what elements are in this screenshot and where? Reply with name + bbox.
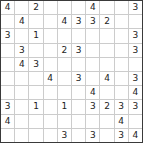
cell-r3c4-empty[interactable] [44,29,57,42]
cell-r2c8-clue-2[interactable]: 2 [100,15,113,28]
cell-r3c10-clue-3[interactable]: 3 [129,29,142,42]
cell-r10c10-clue-4[interactable]: 4 [129,129,142,142]
cell-r9c7-empty[interactable] [86,115,99,128]
cell-r5c2-clue-4[interactable]: 4 [15,58,28,71]
cell-r7c1-empty[interactable] [1,86,14,99]
cell-r4c6-clue-3[interactable]: 3 [72,44,85,57]
mosaic-board: 4243443323133233434343443113233443334 [0,0,143,143]
cell-r2c4-empty[interactable] [44,15,57,28]
cell-r4c10-clue-3[interactable]: 3 [129,44,142,57]
cell-r7c3-empty[interactable] [29,86,42,99]
cell-r8c4-empty[interactable] [44,100,57,113]
cell-r4c7-empty[interactable] [86,44,99,57]
cell-r8c6-empty[interactable] [72,100,85,113]
cell-r3c2-empty[interactable] [15,29,28,42]
cell-r6c8-clue-4[interactable]: 4 [100,72,113,85]
cell-r6c10-clue-3[interactable]: 3 [129,72,142,85]
cell-r9c6-empty[interactable] [72,115,85,128]
cell-r4c8-empty[interactable] [100,44,113,57]
cell-r1c7-clue-4[interactable]: 4 [86,1,99,14]
cell-r10c5-clue-3[interactable]: 3 [58,129,71,142]
cell-r9c2-empty[interactable] [15,115,28,128]
cell-r1c4-empty[interactable] [44,1,57,14]
cell-r2c6-clue-3[interactable]: 3 [72,15,85,28]
cell-r2c9-empty[interactable] [115,15,128,28]
cell-r8c3-clue-1[interactable]: 1 [29,100,42,113]
cell-r4c4-empty[interactable] [44,44,57,57]
cell-r3c1-clue-3[interactable]: 3 [1,29,14,42]
cell-r8c5-clue-1[interactable]: 1 [58,100,71,113]
cell-r9c8-empty[interactable] [100,115,113,128]
cell-r1c8-empty[interactable] [100,1,113,14]
cell-r9c4-empty[interactable] [44,115,57,128]
cell-r10c8-empty[interactable] [100,129,113,142]
cell-r1c9-empty[interactable] [115,1,128,14]
cell-r6c9-empty[interactable] [115,72,128,85]
cell-r10c6-empty[interactable] [72,129,85,142]
cell-r10c9-clue-3[interactable]: 3 [115,129,128,142]
cell-r7c8-empty[interactable] [100,86,113,99]
cell-r2c10-empty[interactable] [129,15,142,28]
cell-r6c6-clue-3[interactable]: 3 [72,72,85,85]
cell-r8c10-clue-3[interactable]: 3 [129,100,142,113]
cell-r7c9-empty[interactable] [115,86,128,99]
cell-r9c5-empty[interactable] [58,115,71,128]
cell-r6c4-clue-4[interactable]: 4 [44,72,57,85]
cell-r6c1-empty[interactable] [1,72,14,85]
cell-r5c10-empty[interactable] [129,58,142,71]
cell-r1c3-clue-2[interactable]: 2 [29,1,42,14]
cell-r3c3-clue-1[interactable]: 1 [29,29,42,42]
cell-r1c10-clue-3[interactable]: 3 [129,1,142,14]
cell-r8c8-clue-2[interactable]: 2 [100,100,113,113]
cell-r2c1-empty[interactable] [1,15,14,28]
cell-r4c5-clue-2[interactable]: 2 [58,44,71,57]
cell-r6c7-empty[interactable] [86,72,99,85]
cell-r4c3-empty[interactable] [29,44,42,57]
cell-r10c3-empty[interactable] [29,129,42,142]
cell-r9c10-empty[interactable] [129,115,142,128]
cell-r2c2-clue-4[interactable]: 4 [15,15,28,28]
cell-r2c3-empty[interactable] [29,15,42,28]
cell-r1c6-empty[interactable] [72,1,85,14]
cell-r10c4-empty[interactable] [44,129,57,142]
cell-r9c9-clue-4[interactable]: 4 [115,115,128,128]
cell-r7c6-empty[interactable] [72,86,85,99]
cell-r10c7-clue-3[interactable]: 3 [86,129,99,142]
cell-r9c1-clue-4[interactable]: 4 [1,115,14,128]
puzzle-page: 4243443323133233434343443113233443334 [0,0,150,150]
cell-r7c7-clue-4[interactable]: 4 [86,86,99,99]
cell-r4c1-empty[interactable] [1,44,14,57]
cell-r7c4-empty[interactable] [44,86,57,99]
cell-r10c2-empty[interactable] [15,129,28,142]
cell-r3c9-empty[interactable] [115,29,128,42]
cell-r9c3-empty[interactable] [29,115,42,128]
cell-r8c1-clue-3[interactable]: 3 [1,100,14,113]
cell-r5c1-empty[interactable] [1,58,14,71]
cell-r2c5-clue-4[interactable]: 4 [58,15,71,28]
cell-r4c9-empty[interactable] [115,44,128,57]
cell-r2c7-clue-3[interactable]: 3 [86,15,99,28]
cell-r5c5-empty[interactable] [58,58,71,71]
cell-r5c7-empty[interactable] [86,58,99,71]
cell-r6c5-empty[interactable] [58,72,71,85]
cell-r1c5-empty[interactable] [58,1,71,14]
cell-r5c9-empty[interactable] [115,58,128,71]
cell-r7c10-clue-4[interactable]: 4 [129,86,142,99]
cell-r8c7-clue-3[interactable]: 3 [86,100,99,113]
cell-r3c6-empty[interactable] [72,29,85,42]
cell-r7c5-empty[interactable] [58,86,71,99]
cell-r5c8-empty[interactable] [100,58,113,71]
cell-r6c3-empty[interactable] [29,72,42,85]
cell-r1c1-clue-4[interactable]: 4 [1,1,14,14]
cell-r8c2-empty[interactable] [15,100,28,113]
cell-r3c8-empty[interactable] [100,29,113,42]
cell-r1c2-empty[interactable] [15,1,28,14]
cell-r3c7-empty[interactable] [86,29,99,42]
cell-r10c1-empty[interactable] [1,129,14,142]
cell-r5c6-empty[interactable] [72,58,85,71]
cell-r5c4-empty[interactable] [44,58,57,71]
cell-r3c5-empty[interactable] [58,29,71,42]
cell-r6c2-empty[interactable] [15,72,28,85]
cell-r7c2-empty[interactable] [15,86,28,99]
cell-r8c9-clue-3[interactable]: 3 [115,100,128,113]
cell-r5c3-clue-3[interactable]: 3 [29,58,42,71]
cell-r4c2-clue-3[interactable]: 3 [15,44,28,57]
